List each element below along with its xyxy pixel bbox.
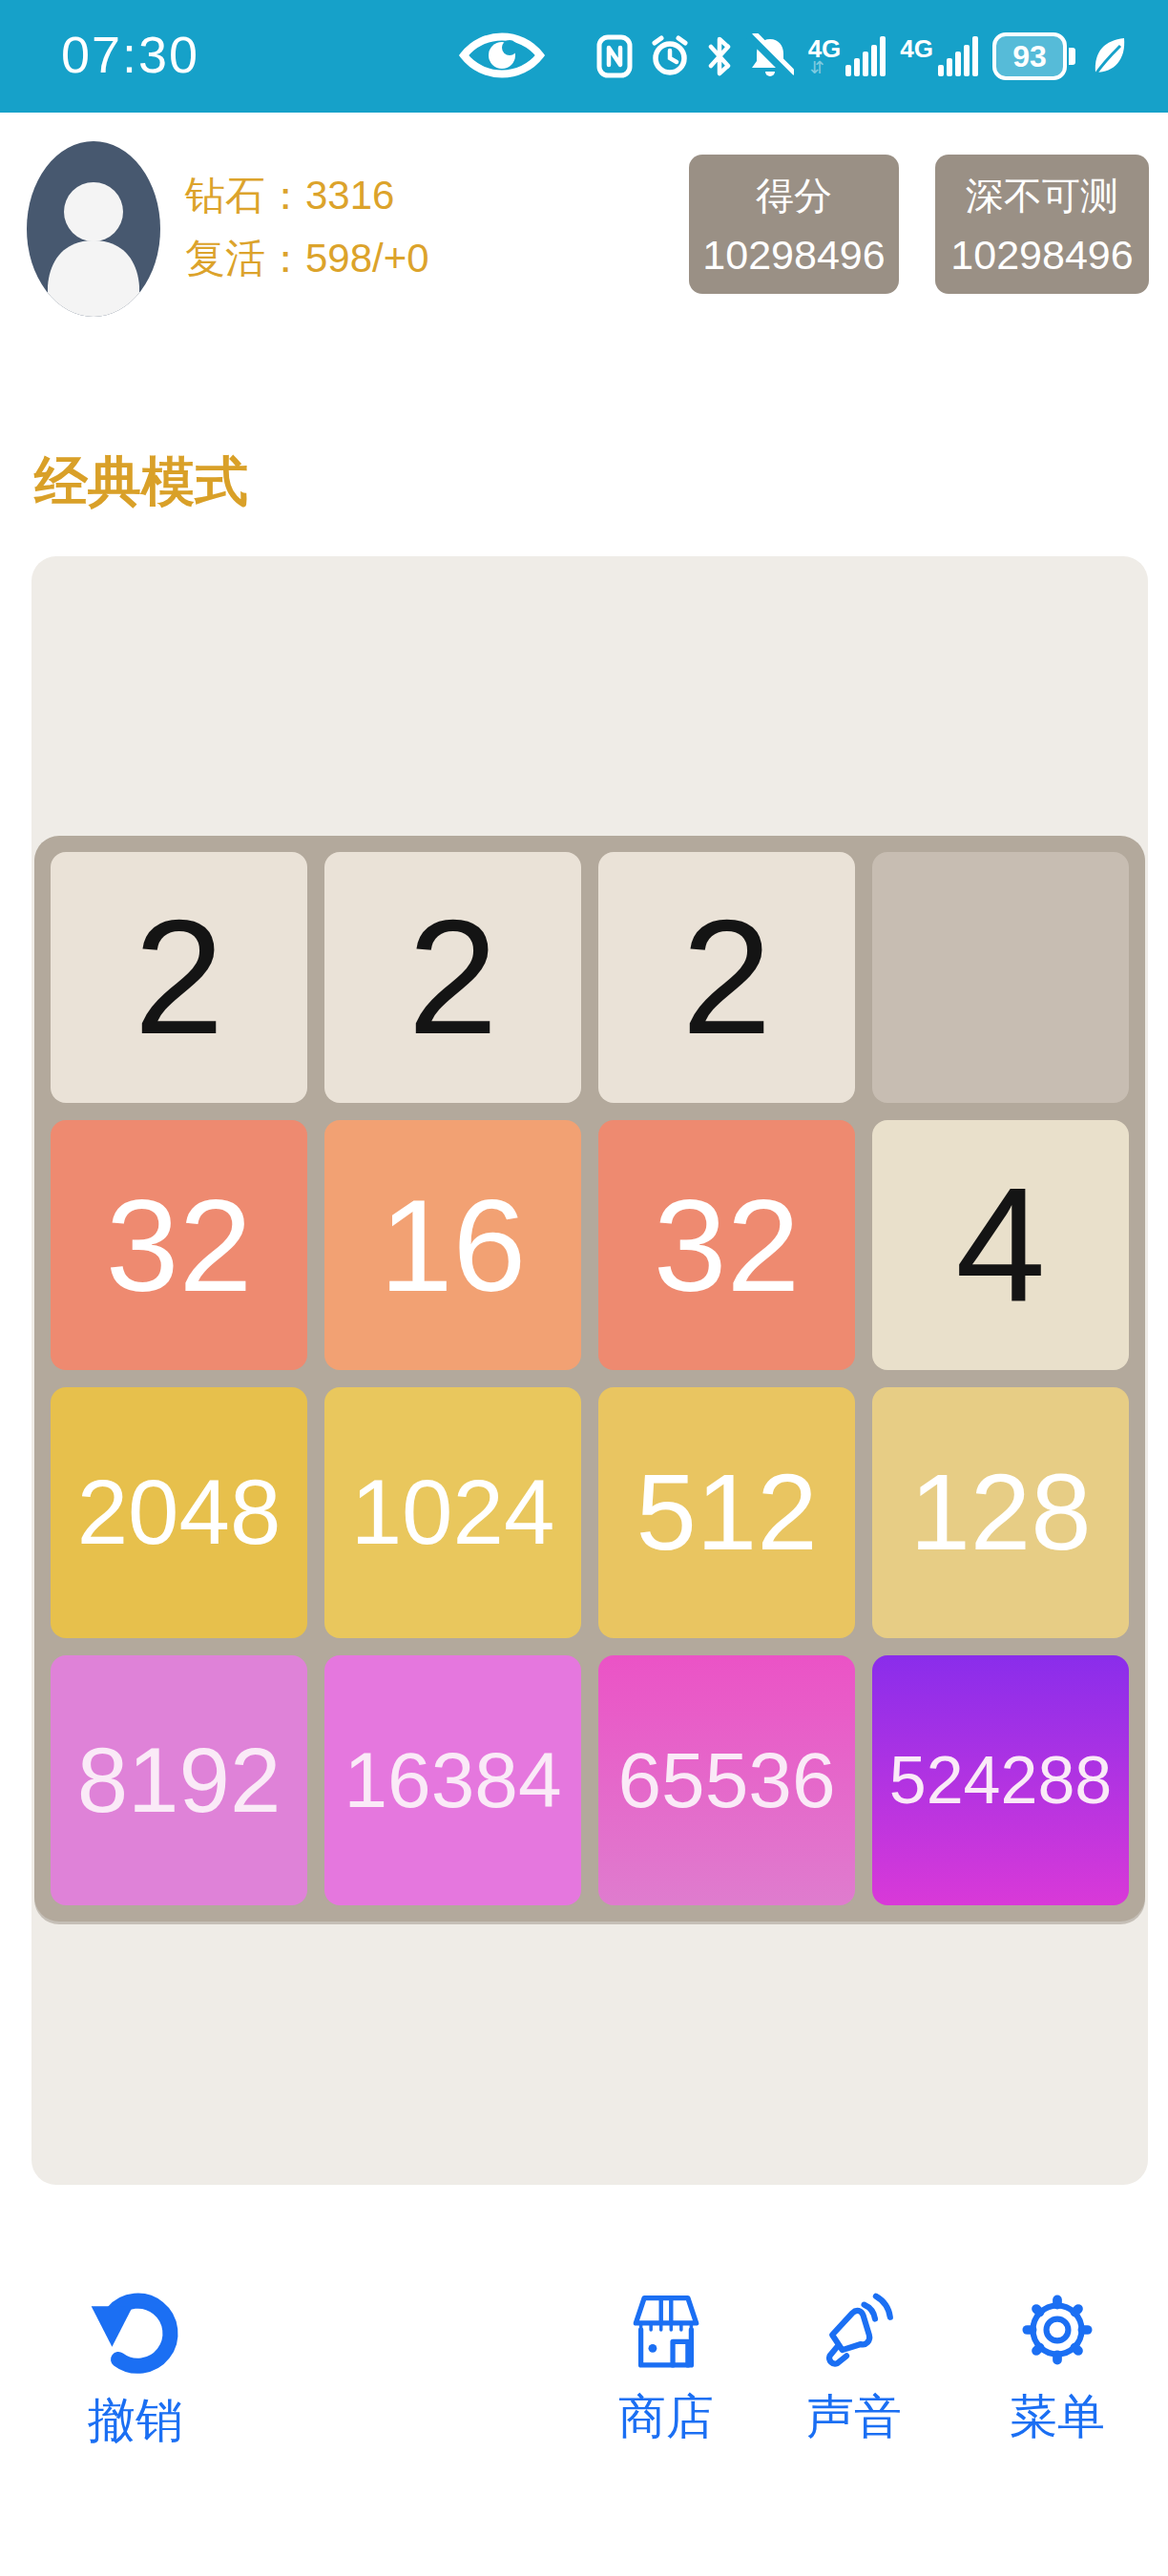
shop-label: 商店	[618, 2385, 714, 2449]
score-value: 10298496	[702, 232, 885, 279]
undo-label: 撤销	[88, 2389, 183, 2453]
gear-icon	[1015, 2288, 1099, 2372]
tile-512: 512	[598, 1387, 855, 1638]
battery-icon: 93	[992, 32, 1075, 80]
signal-icon: 4G ⇵	[808, 36, 886, 76]
signal-icon: 4G	[900, 36, 978, 76]
diamonds-text: 钻石：3316	[185, 164, 429, 227]
tile-524288: 524288	[872, 1655, 1129, 1906]
shop-icon	[624, 2288, 708, 2372]
status-bar: 07:30	[0, 0, 1168, 113]
tile-2: 2	[324, 852, 581, 1103]
tile-16384: 16384	[324, 1655, 581, 1906]
tile-4: 4	[872, 1120, 1129, 1371]
tile-65536: 65536	[598, 1655, 855, 1906]
sound-button[interactable]: 声音	[778, 2288, 930, 2449]
best-title: 深不可测	[966, 170, 1118, 222]
avatar[interactable]	[27, 141, 160, 317]
best-value: 10298496	[950, 232, 1133, 279]
tile-32: 32	[51, 1120, 307, 1371]
tile-2048: 2048	[51, 1387, 307, 1638]
board-grid[interactable]: 2223216324204810245121288192163846553652…	[34, 836, 1145, 1922]
sound-label: 声音	[806, 2385, 902, 2449]
game-panel: 2223216324204810245121288192163846553652…	[31, 556, 1148, 2185]
score-title: 得分	[756, 170, 832, 222]
power-saving-leaf-icon	[1090, 34, 1128, 78]
tile-2: 2	[51, 852, 307, 1103]
score-button[interactable]: 得分 10298496	[689, 155, 899, 294]
tile-1024: 1024	[324, 1387, 581, 1638]
mode-title: 经典模式	[34, 447, 248, 519]
bluetooth-icon	[707, 33, 732, 79]
tile-8192: 8192	[51, 1655, 307, 1906]
alarm-icon	[647, 33, 693, 79]
revive-text: 复活：598/+0	[185, 227, 429, 290]
tile-128: 128	[872, 1387, 1129, 1638]
undo-icon	[86, 2276, 185, 2376]
player-stats: 钻石：3316 复活：598/+0	[185, 164, 429, 290]
screen: 07:30	[0, 0, 1168, 2576]
nfc-icon	[596, 33, 633, 79]
empty-cell	[872, 852, 1129, 1103]
status-icon-cluster: 4G ⇵ 4G 93	[596, 0, 1128, 113]
tile-16: 16	[324, 1120, 581, 1371]
eye-protection-icon	[456, 25, 548, 86]
tile-2: 2	[598, 852, 855, 1103]
data-arrows-icon: ⇵	[810, 57, 824, 78]
mute-icon	[746, 33, 794, 79]
battery-percent: 93	[1012, 39, 1047, 74]
clock: 07:30	[61, 25, 199, 84]
menu-button[interactable]: 菜单	[981, 2288, 1134, 2449]
best-score-button[interactable]: 深不可测 10298496	[935, 155, 1149, 294]
undo-button[interactable]: 撤销	[59, 2276, 212, 2453]
tile-32: 32	[598, 1120, 855, 1371]
menu-label: 菜单	[1010, 2385, 1105, 2449]
shop-button[interactable]: 商店	[590, 2288, 742, 2449]
sound-icon	[812, 2288, 896, 2372]
